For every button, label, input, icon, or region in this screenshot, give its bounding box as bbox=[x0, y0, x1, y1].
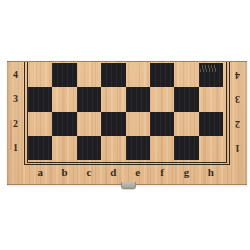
square-d4 bbox=[101, 63, 125, 87]
square-c1 bbox=[77, 136, 101, 160]
rank-label-right-2: 2 bbox=[228, 112, 247, 136]
file-label-d: d bbox=[101, 163, 125, 182]
square-e3 bbox=[126, 87, 150, 111]
square-b2 bbox=[52, 112, 76, 136]
file-label-g: g bbox=[174, 163, 198, 182]
rank-label-right-3: 3 bbox=[228, 87, 247, 111]
square-e4 bbox=[126, 63, 150, 87]
square-d2 bbox=[101, 112, 125, 136]
rank-label-left-4: 4 bbox=[7, 63, 24, 87]
square-e1 bbox=[126, 136, 150, 160]
file-label-e: e bbox=[126, 163, 150, 182]
file-label-f: f bbox=[150, 163, 174, 182]
square-a1 bbox=[28, 136, 52, 160]
square-f2 bbox=[150, 112, 174, 136]
square-c3 bbox=[77, 87, 101, 111]
square-g4 bbox=[174, 63, 198, 87]
chess-box: 4321 4321 abcdefgh bbox=[7, 61, 247, 185]
square-f3 bbox=[150, 87, 174, 111]
square-a3 bbox=[28, 87, 52, 111]
square-h3 bbox=[199, 87, 223, 111]
square-f1 bbox=[150, 136, 174, 160]
chess-board bbox=[28, 63, 223, 160]
clasp bbox=[121, 182, 136, 189]
rank-label-left-1: 1 bbox=[7, 136, 24, 160]
file-label-b: b bbox=[52, 163, 76, 182]
square-c2 bbox=[77, 112, 101, 136]
square-g3 bbox=[174, 87, 198, 111]
square-f4 bbox=[150, 63, 174, 87]
square-g2 bbox=[174, 112, 198, 136]
file-label-a: a bbox=[28, 163, 52, 182]
rank-labels-left: 4321 bbox=[7, 63, 24, 160]
square-b3 bbox=[52, 87, 76, 111]
rank-labels-right: 4321 bbox=[228, 63, 247, 160]
square-c4 bbox=[77, 63, 101, 87]
square-h4 bbox=[199, 63, 223, 87]
file-labels-bottom: abcdefgh bbox=[28, 163, 223, 182]
square-d1 bbox=[101, 136, 125, 160]
square-a4 bbox=[28, 63, 52, 87]
square-h2 bbox=[199, 112, 223, 136]
square-e2 bbox=[126, 112, 150, 136]
product-photo: 4321 4321 abcdefgh bbox=[0, 0, 250, 250]
square-b1 bbox=[52, 136, 76, 160]
square-g1 bbox=[174, 136, 198, 160]
square-b4 bbox=[52, 63, 76, 87]
rank-label-left-3: 3 bbox=[7, 87, 24, 111]
square-d3 bbox=[101, 87, 125, 111]
rank-label-right-4: 4 bbox=[228, 63, 247, 87]
rank-label-left-2: 2 bbox=[7, 112, 24, 136]
rank-label-right-1: 1 bbox=[228, 136, 247, 160]
file-label-c: c bbox=[77, 163, 101, 182]
square-a2 bbox=[28, 112, 52, 136]
file-label-h: h bbox=[199, 163, 223, 182]
square-h1 bbox=[199, 136, 223, 160]
